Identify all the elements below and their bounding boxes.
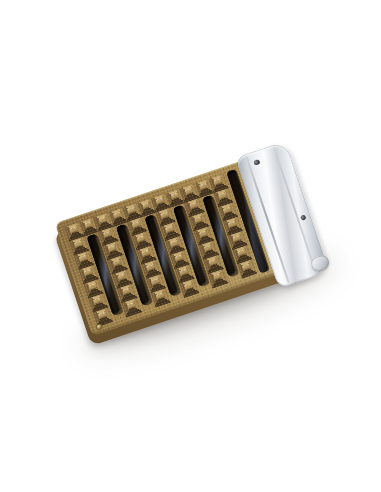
pyramid-stud xyxy=(208,269,228,288)
screw-hole-icon xyxy=(300,214,306,220)
pyramid-stud xyxy=(122,298,142,317)
pyramid-stud xyxy=(179,279,199,298)
pyramid-stud xyxy=(237,259,257,278)
screw-hole-icon xyxy=(253,159,260,166)
photo-canvas xyxy=(0,0,381,492)
corner-screw xyxy=(96,324,102,330)
pyramid-stud xyxy=(93,308,113,327)
product-photo xyxy=(55,145,329,346)
pyramid-stud xyxy=(151,288,171,307)
